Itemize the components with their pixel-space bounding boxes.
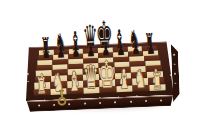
piece-black-pawn: ♟ bbox=[131, 38, 140, 57]
piece-white-bishop: ♝ bbox=[68, 69, 81, 96]
ornament-dot bbox=[174, 82, 176, 84]
piece-black-pawn: ♟ bbox=[71, 41, 80, 60]
piece-white-rook: ♜ bbox=[36, 75, 47, 97]
ornament-dot bbox=[99, 102, 101, 104]
ornament-dot bbox=[68, 103, 70, 105]
ornament-dot bbox=[160, 99, 162, 101]
left-frame-ornaments bbox=[27, 73, 29, 82]
ornament-dot bbox=[114, 101, 116, 103]
side-face-ornaments bbox=[173, 54, 176, 84]
piece-white-queen: ♛ bbox=[83, 62, 99, 95]
ornament-dot bbox=[27, 80, 29, 82]
ornament-dot bbox=[174, 63, 176, 65]
chess-board: ♜♞♝♛♚♝♞♜♟♟♟♟♟♟♟♟♟♟♟♟♟♟♟♟♜♞♝♛♚♝♞♜ bbox=[24, 45, 174, 97]
piece-black-pawn: ♟ bbox=[41, 42, 50, 61]
brass-clasp-icon bbox=[57, 89, 68, 107]
ornament-dot bbox=[118, 96, 120, 98]
piece-black-pawn: ♟ bbox=[56, 41, 65, 60]
ornament-dot bbox=[169, 74, 171, 76]
piece-white-knight: ♞ bbox=[134, 68, 147, 93]
square-g1: ♞ bbox=[132, 85, 149, 92]
ornament-dot bbox=[145, 100, 147, 102]
ornament-dot bbox=[169, 63, 171, 65]
piece-black-pawn: ♟ bbox=[86, 40, 95, 59]
ornament-dot bbox=[169, 53, 171, 55]
ornament-dot bbox=[53, 104, 55, 106]
piece-white-king: ♚ bbox=[98, 56, 117, 94]
ornament-dot bbox=[81, 97, 83, 99]
square-c1: ♝ bbox=[66, 87, 83, 94]
piece-white-bishop: ♝ bbox=[117, 67, 130, 94]
ornament-dot bbox=[173, 54, 175, 56]
ornament-dot bbox=[174, 73, 176, 75]
piece-white-rook: ♜ bbox=[152, 70, 163, 92]
piece-black-pawn: ♟ bbox=[146, 38, 155, 57]
square-e1: ♚ bbox=[99, 86, 116, 93]
chess-box: ♜♞♝♛♚♝♞♜♟♟♟♟♟♟♟♟♟♟♟♟♟♟♟♟♜♞♝♛♚♝♞♜ bbox=[24, 41, 175, 112]
square-f1: ♝ bbox=[116, 85, 133, 92]
piece-black-pawn: ♟ bbox=[116, 39, 125, 58]
ornament-dot bbox=[99, 96, 101, 98]
chess-set-photo: ♜♞♝♛♚♝♞♜♟♟♟♟♟♟♟♟♟♟♟♟♟♟♟♟♜♞♝♛♚♝♞♜ bbox=[0, 0, 200, 131]
board-top: ♜♞♝♛♚♝♞♜♟♟♟♟♟♟♟♟♟♟♟♟♟♟♟♟♜♞♝♛♚♝♞♜ bbox=[24, 41, 174, 101]
ornament-dot bbox=[130, 101, 132, 103]
square-h1: ♜ bbox=[149, 84, 166, 91]
ornament-dot bbox=[38, 104, 40, 106]
ornament-dot bbox=[84, 103, 86, 105]
ornament-dot bbox=[136, 95, 138, 97]
ornament-dot bbox=[155, 94, 157, 96]
square-d1: ♛ bbox=[83, 87, 100, 94]
ornament-dot bbox=[44, 99, 46, 101]
ornament-dot bbox=[27, 73, 29, 75]
square-a1: ♜ bbox=[33, 89, 50, 96]
